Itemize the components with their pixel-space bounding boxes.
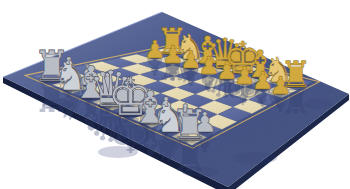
chess-board: ♜♞♝♛♚♝♞♜♟♟♟♟♟♟♟♟♟♟♟♟♟♟♟♟♜♞♝♛♚♝♞♜♜♞♝♛♚♝♞♜… [0, 0, 350, 189]
chess-set-photo: ♜♞♝♛♚♝♞♜♟♟♟♟♟♟♟♟♟♟♟♟♟♟♟♟♜♞♝♛♚♝♞♜♜♞♝♛♚♝♞♜… [0, 0, 350, 189]
burl-texture [233, 152, 277, 164]
piece-white-rook-h1[interactable]: ♜ [171, 100, 209, 150]
piece-black-pawn-h7[interactable]: ♟ [269, 71, 291, 100]
